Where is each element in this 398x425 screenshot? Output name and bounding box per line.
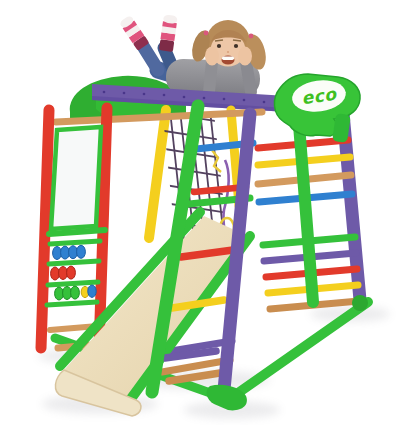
- right-base: [228, 295, 368, 400]
- eco-badge: eco: [274, 74, 360, 143]
- abacus-beads-blue: [53, 245, 86, 259]
- girl-hand-right: [238, 47, 252, 66]
- drawing-board: [51, 127, 101, 229]
- girl-hairtie-left: [204, 31, 209, 36]
- girl-sock-right: [159, 14, 178, 52]
- board-tray: [49, 230, 105, 234]
- right-rear-foot: [352, 295, 368, 311]
- yellow-left-diagonal-beam: [149, 110, 166, 238]
- climbing-gym-scene: eco: [0, 0, 398, 425]
- girl-sock-left: [119, 15, 150, 51]
- girl-hairtie-right: [249, 34, 254, 39]
- abacus-bead-blue-single: [88, 285, 96, 297]
- net-toy: [212, 150, 221, 172]
- left-red-ladder: [41, 108, 107, 350]
- red-rail-outer: [41, 110, 49, 348]
- product-photo: eco: [0, 0, 398, 425]
- abacus-beads-green: [55, 286, 80, 300]
- abacus-beads-red: [51, 266, 76, 280]
- girl-hand-left: [205, 47, 219, 66]
- abacus: [47, 241, 100, 305]
